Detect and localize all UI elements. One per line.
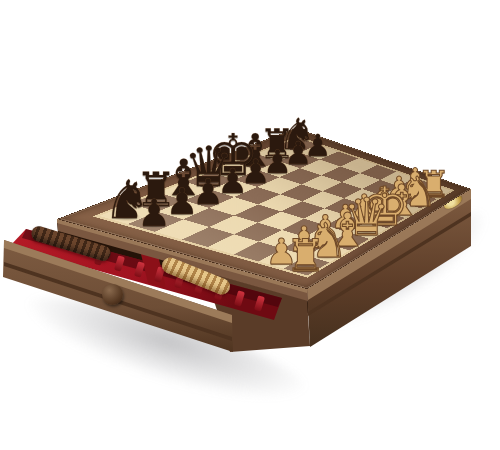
felt-slot-ridge [114,255,125,271]
felt-slot-ridge [134,261,145,277]
floor-shadow-front [13,277,317,422]
product-photo-stage: ♞♜♝♛♚♝♜♞♟♟♟♟♟♟♟♟♟♟♟♟♟♟♟♟♜♞♝♛♚♝♞♜ [0,0,500,450]
piece-white-rook[interactable]: ♜ [285,232,325,277]
piece-black-pawn[interactable]: ♟ [137,195,171,233]
felt-slot-ridge [234,290,245,306]
drawer-knob [102,284,123,305]
felt-slot-ridge [254,296,265,312]
